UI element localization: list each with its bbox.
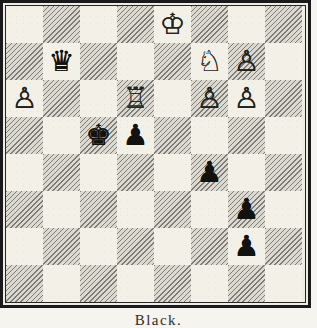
piece-white-king[interactable]: ♔ — [154, 6, 191, 43]
square-d3[interactable] — [154, 80, 191, 117]
board-inner-frame: ♔♛♘♙♙♖♙♙♚♟♟♟♟ — [5, 5, 306, 303]
square-a7[interactable] — [265, 228, 302, 265]
piece-black-pawn[interactable]: ♟ — [117, 117, 154, 154]
square-c3[interactable]: ♙ — [191, 80, 228, 117]
square-d6[interactable] — [154, 191, 191, 228]
square-a6[interactable] — [265, 191, 302, 228]
square-h8[interactable] — [6, 265, 43, 302]
square-c4[interactable] — [191, 117, 228, 154]
piece-white-knight[interactable]: ♘ — [191, 43, 228, 80]
square-g7[interactable] — [43, 228, 80, 265]
square-b5[interactable] — [228, 154, 265, 191]
square-g4[interactable] — [43, 117, 80, 154]
square-f2[interactable] — [80, 43, 117, 80]
square-b8[interactable] — [228, 265, 265, 302]
square-g2[interactable]: ♛ — [43, 43, 80, 80]
square-a4[interactable] — [265, 117, 302, 154]
square-d7[interactable] — [154, 228, 191, 265]
square-b7[interactable]: ♟ — [228, 228, 265, 265]
piece-white-pawn[interactable]: ♙ — [191, 80, 228, 117]
piece-white-pawn[interactable]: ♙ — [228, 43, 265, 80]
square-c1[interactable] — [191, 6, 228, 43]
piece-white-pawn[interactable]: ♙ — [228, 80, 265, 117]
square-f6[interactable] — [80, 191, 117, 228]
square-c5[interactable]: ♟ — [191, 154, 228, 191]
board-caption: Black. — [135, 312, 183, 328]
square-e7[interactable] — [117, 228, 154, 265]
piece-black-pawn[interactable]: ♟ — [228, 191, 265, 228]
square-d8[interactable] — [154, 265, 191, 302]
square-f5[interactable] — [80, 154, 117, 191]
square-a8[interactable] — [265, 265, 302, 302]
square-h2[interactable] — [6, 43, 43, 80]
square-b4[interactable] — [228, 117, 265, 154]
square-a2[interactable] — [265, 43, 302, 80]
piece-black-pawn[interactable]: ♟ — [191, 154, 228, 191]
square-f4[interactable]: ♚ — [80, 117, 117, 154]
piece-white-pawn[interactable]: ♙ — [6, 80, 43, 117]
square-e1[interactable] — [117, 6, 154, 43]
square-e6[interactable] — [117, 191, 154, 228]
square-e2[interactable] — [117, 43, 154, 80]
piece-black-king[interactable]: ♚ — [80, 117, 117, 154]
square-h6[interactable] — [6, 191, 43, 228]
piece-black-queen[interactable]: ♛ — [43, 43, 80, 80]
square-h1[interactable] — [6, 6, 43, 43]
square-f3[interactable] — [80, 80, 117, 117]
square-c8[interactable] — [191, 265, 228, 302]
square-b3[interactable]: ♙ — [228, 80, 265, 117]
square-g1[interactable] — [43, 6, 80, 43]
board-frame: ♔♛♘♙♙♖♙♙♚♟♟♟♟ — [0, 0, 311, 308]
square-e8[interactable] — [117, 265, 154, 302]
square-c7[interactable] — [191, 228, 228, 265]
square-g5[interactable] — [43, 154, 80, 191]
square-g8[interactable] — [43, 265, 80, 302]
square-h3[interactable]: ♙ — [6, 80, 43, 117]
square-f7[interactable] — [80, 228, 117, 265]
square-e3[interactable]: ♖ — [117, 80, 154, 117]
square-d1[interactable]: ♔ — [154, 6, 191, 43]
square-b1[interactable] — [228, 6, 265, 43]
square-c2[interactable]: ♘ — [191, 43, 228, 80]
square-a3[interactable] — [265, 80, 302, 117]
square-e4[interactable]: ♟ — [117, 117, 154, 154]
square-g6[interactable] — [43, 191, 80, 228]
caption-row: Black. — [0, 311, 317, 328]
square-f1[interactable] — [80, 6, 117, 43]
square-b2[interactable]: ♙ — [228, 43, 265, 80]
square-a5[interactable] — [265, 154, 302, 191]
square-d2[interactable] — [154, 43, 191, 80]
square-h7[interactable] — [6, 228, 43, 265]
scanned-diagram-page: ♔♛♘♙♙♖♙♙♚♟♟♟♟ Black. — [0, 0, 317, 328]
square-d4[interactable] — [154, 117, 191, 154]
square-e5[interactable] — [117, 154, 154, 191]
square-c6[interactable] — [191, 191, 228, 228]
square-f8[interactable] — [80, 265, 117, 302]
square-h4[interactable] — [6, 117, 43, 154]
square-a1[interactable] — [265, 6, 302, 43]
square-g3[interactable] — [43, 80, 80, 117]
square-d5[interactable] — [154, 154, 191, 191]
square-h5[interactable] — [6, 154, 43, 191]
piece-black-pawn[interactable]: ♟ — [228, 228, 265, 265]
chess-board: ♔♛♘♙♙♖♙♙♚♟♟♟♟ — [6, 6, 305, 302]
square-b6[interactable]: ♟ — [228, 191, 265, 228]
piece-white-rook[interactable]: ♖ — [117, 80, 154, 117]
